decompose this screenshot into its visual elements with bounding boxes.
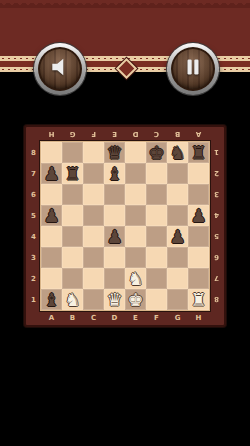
rank-label-4: 4: [211, 205, 222, 226]
board-squares: ♛♚♞♜♟♜♝♟♟♟♟♞♝♞♛♚♜: [41, 142, 209, 310]
square-f1[interactable]: [146, 289, 167, 310]
rank-label-7: 7: [211, 268, 222, 289]
square-h7[interactable]: [188, 163, 209, 184]
sound-button[interactable]: [34, 43, 86, 95]
square-f6[interactable]: [146, 184, 167, 205]
square-h4[interactable]: [188, 226, 209, 247]
rank-label-7: 7: [28, 163, 39, 184]
pause-button[interactable]: [167, 43, 219, 95]
square-d3[interactable]: [104, 247, 125, 268]
piece-white-knight[interactable]: ♞: [127, 268, 143, 289]
piece-black-rook[interactable]: ♜: [64, 163, 80, 184]
square-d1[interactable]: ♛: [104, 289, 125, 310]
square-a8[interactable]: [41, 142, 62, 163]
sound-button-face: [38, 47, 82, 91]
square-f2[interactable]: [146, 268, 167, 289]
piece-black-bishop[interactable]: ♝: [106, 163, 122, 184]
pause-icon: [183, 57, 203, 81]
file-label-f: F: [83, 129, 104, 140]
rank-label-8: 8: [28, 142, 39, 163]
square-c1[interactable]: [83, 289, 104, 310]
rank-label-3: 3: [211, 184, 222, 205]
square-f4[interactable]: [146, 226, 167, 247]
rank-labels-left: 87654321: [28, 142, 39, 310]
file-label-c: C: [146, 129, 167, 140]
rank-labels-right: 87654321: [211, 142, 222, 310]
square-c4[interactable]: [83, 226, 104, 247]
square-d6[interactable]: [104, 184, 125, 205]
file-label-g: G: [167, 312, 188, 323]
square-g5[interactable]: [167, 205, 188, 226]
square-d5[interactable]: [104, 205, 125, 226]
square-a6[interactable]: [41, 184, 62, 205]
file-label-f: F: [146, 312, 167, 323]
piece-white-knight[interactable]: ♞: [64, 289, 80, 310]
file-label-c: C: [83, 312, 104, 323]
file-label-g: G: [62, 129, 83, 140]
rank-label-5: 5: [28, 205, 39, 226]
rank-label-3: 3: [28, 247, 39, 268]
square-b1[interactable]: ♞: [62, 289, 83, 310]
file-label-h: H: [41, 129, 62, 140]
chess-board: ABCDEFGH ABCDEFGH 87654321 87654321 ♛♚♞♜…: [24, 125, 226, 327]
square-g2[interactable]: [167, 268, 188, 289]
piece-black-king[interactable]: ♚: [148, 142, 164, 163]
piece-black-bishop[interactable]: ♝: [43, 289, 59, 310]
file-label-b: B: [62, 312, 83, 323]
piece-white-queen[interactable]: ♛: [106, 289, 122, 310]
piece-black-pawn[interactable]: ♟: [43, 205, 59, 226]
square-c6[interactable]: [83, 184, 104, 205]
square-a2[interactable]: [41, 268, 62, 289]
square-c2[interactable]: [83, 268, 104, 289]
piece-black-pawn[interactable]: ♟: [43, 163, 59, 184]
square-a3[interactable]: [41, 247, 62, 268]
square-g1[interactable]: [167, 289, 188, 310]
square-d7[interactable]: ♝: [104, 163, 125, 184]
game-screen: ABCDEFGH ABCDEFGH 87654321 87654321 ♛♚♞♜…: [0, 0, 250, 446]
square-e1[interactable]: ♚: [125, 289, 146, 310]
square-e7[interactable]: [125, 163, 146, 184]
square-a5[interactable]: ♟: [41, 205, 62, 226]
square-c3[interactable]: [83, 247, 104, 268]
square-f3[interactable]: [146, 247, 167, 268]
square-e6[interactable]: [125, 184, 146, 205]
square-g8[interactable]: ♞: [167, 142, 188, 163]
square-e4[interactable]: [125, 226, 146, 247]
square-b6[interactable]: [62, 184, 83, 205]
square-a4[interactable]: [41, 226, 62, 247]
square-d2[interactable]: [104, 268, 125, 289]
file-label-h: H: [188, 312, 209, 323]
square-c8[interactable]: [83, 142, 104, 163]
piece-black-rook[interactable]: ♜: [190, 142, 206, 163]
square-a7[interactable]: ♟: [41, 163, 62, 184]
square-e8[interactable]: [125, 142, 146, 163]
square-g6[interactable]: [167, 184, 188, 205]
file-labels-top: ABCDEFGH: [41, 129, 209, 140]
square-d8[interactable]: ♛: [104, 142, 125, 163]
square-f8[interactable]: ♚: [146, 142, 167, 163]
square-g3[interactable]: [167, 247, 188, 268]
square-e5[interactable]: [125, 205, 146, 226]
square-e2[interactable]: ♞: [125, 268, 146, 289]
file-label-a: A: [41, 312, 62, 323]
square-f5[interactable]: [146, 205, 167, 226]
rank-label-2: 2: [28, 268, 39, 289]
square-a1[interactable]: ♝: [41, 289, 62, 310]
file-label-b: B: [167, 129, 188, 140]
square-b3[interactable]: [62, 247, 83, 268]
piece-white-king[interactable]: ♚: [127, 289, 143, 310]
square-b5[interactable]: [62, 205, 83, 226]
rank-label-1: 1: [211, 142, 222, 163]
square-g4[interactable]: ♟: [167, 226, 188, 247]
square-c7[interactable]: [83, 163, 104, 184]
piece-black-queen[interactable]: ♛: [106, 142, 122, 163]
piece-black-pawn[interactable]: ♟: [106, 226, 122, 247]
file-label-d: D: [125, 129, 146, 140]
rank-label-6: 6: [28, 184, 39, 205]
square-h8[interactable]: ♜: [188, 142, 209, 163]
square-b7[interactable]: ♜: [62, 163, 83, 184]
square-h1[interactable]: ♜: [188, 289, 209, 310]
square-g7[interactable]: [167, 163, 188, 184]
rank-label-4: 4: [28, 226, 39, 247]
piece-white-rook[interactable]: ♜: [190, 289, 206, 310]
rank-label-6: 6: [211, 247, 222, 268]
file-label-a: A: [188, 129, 209, 140]
square-b2[interactable]: [62, 268, 83, 289]
square-e3[interactable]: [125, 247, 146, 268]
square-h6[interactable]: [188, 184, 209, 205]
square-d4[interactable]: ♟: [104, 226, 125, 247]
rank-label-5: 5: [211, 226, 222, 247]
file-label-e: E: [125, 312, 146, 323]
square-b8[interactable]: [62, 142, 83, 163]
square-f7[interactable]: [146, 163, 167, 184]
header-trim-pattern: [0, 3, 250, 8]
rank-label-1: 1: [28, 289, 39, 310]
square-h3[interactable]: [188, 247, 209, 268]
rank-label-2: 2: [211, 163, 222, 184]
file-label-d: D: [104, 312, 125, 323]
pause-button-face: [171, 47, 215, 91]
square-h2[interactable]: [188, 268, 209, 289]
speaker-icon: [49, 56, 71, 82]
file-label-e: E: [104, 129, 125, 140]
file-labels-bottom: ABCDEFGH: [41, 312, 209, 323]
rank-label-8: 8: [211, 289, 222, 310]
piece-black-pawn[interactable]: ♟: [169, 226, 185, 247]
piece-black-pawn[interactable]: ♟: [190, 205, 206, 226]
square-h5[interactable]: ♟: [188, 205, 209, 226]
square-c5[interactable]: [83, 205, 104, 226]
square-b4[interactable]: [62, 226, 83, 247]
piece-black-knight[interactable]: ♞: [169, 142, 185, 163]
